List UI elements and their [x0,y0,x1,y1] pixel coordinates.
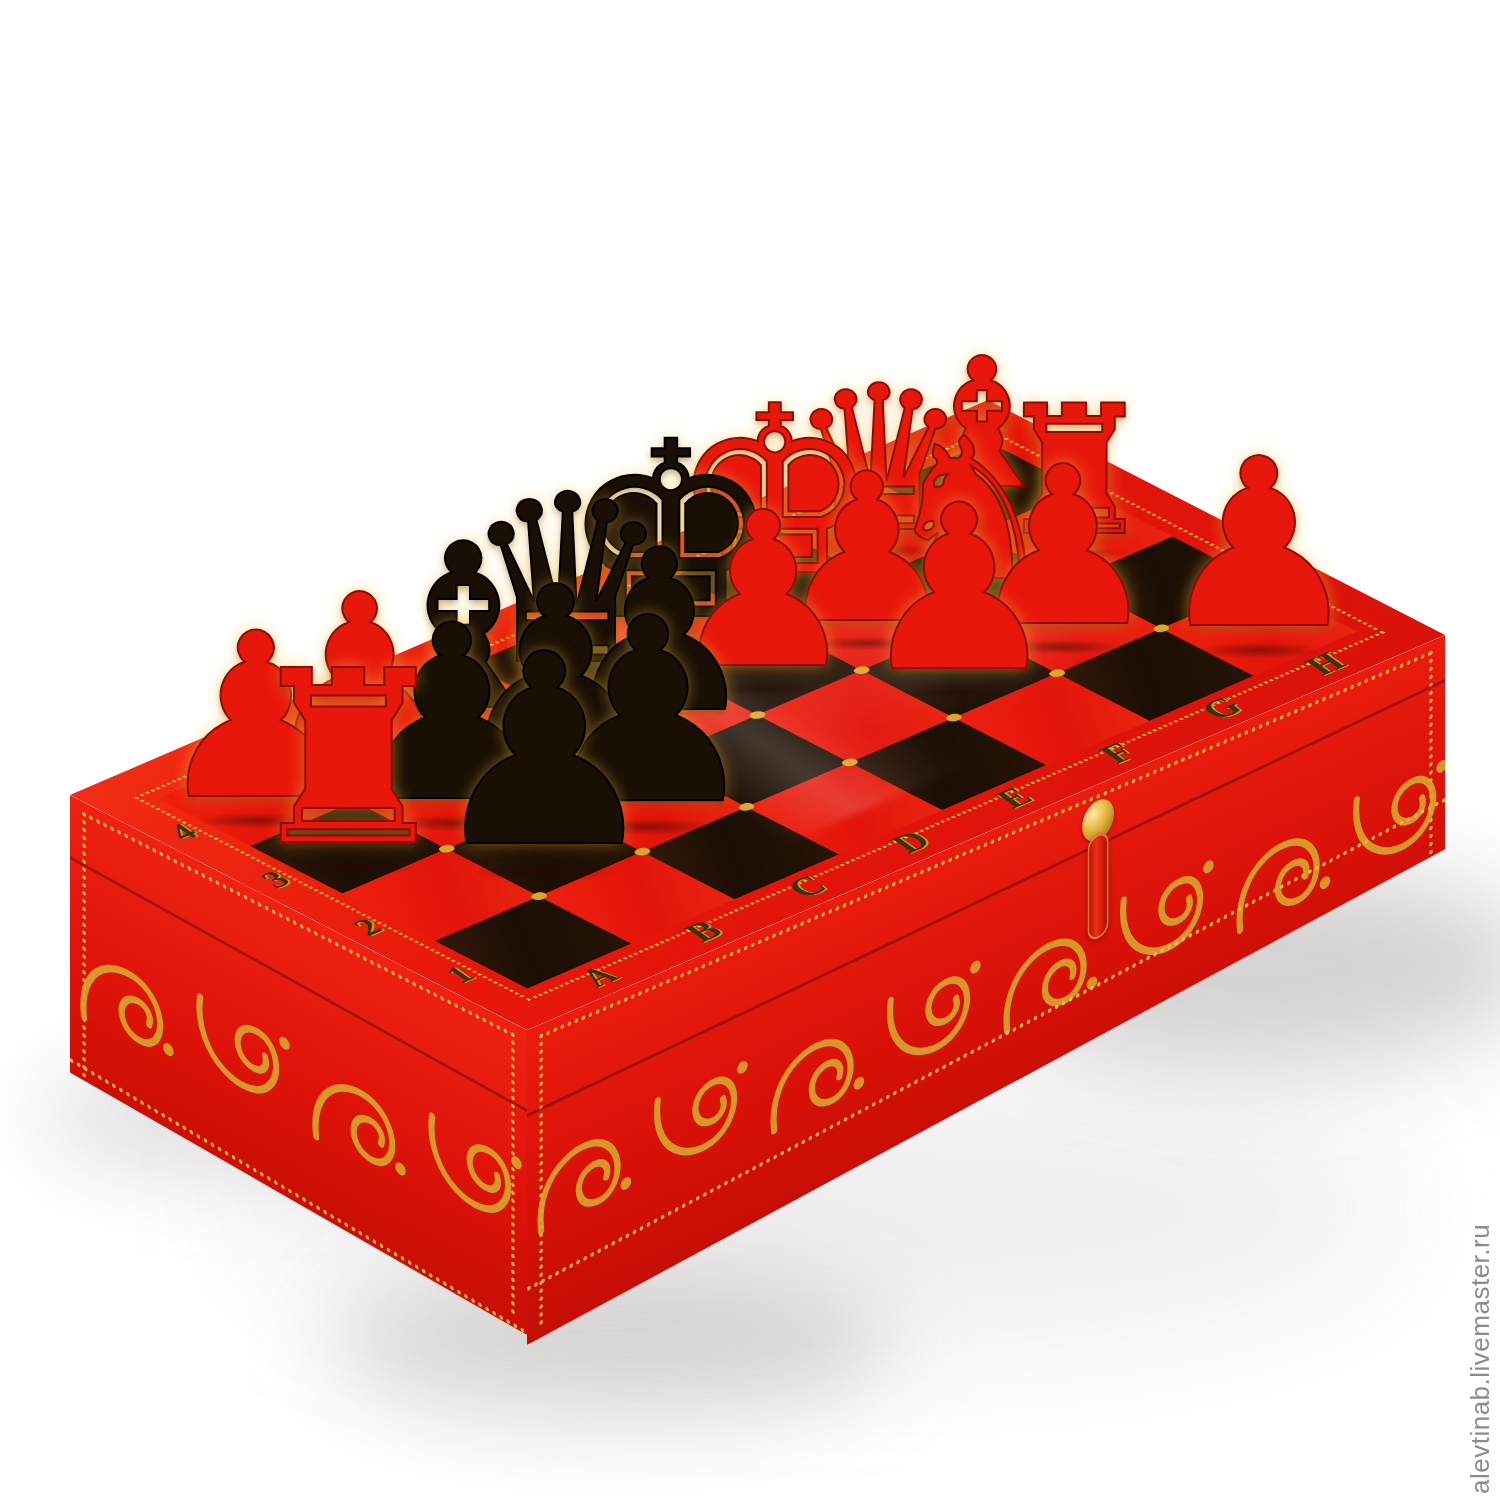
piece-black-pawn-b2[interactable]: ♟ [426,620,663,884]
scene: ABCDEFGH 1234 ♜♟♟♝♛♚♟♟♟♟♟♚♛♝♟♟♞♜♟♟♟ alev… [0,0,1500,1500]
piece-red-rook-a3[interactable]: ♜ [241,639,456,879]
piece-red-pawn-f2[interactable]: ♟ [857,474,1061,702]
box-clasp[interactable] [1080,792,1119,969]
red-pawn-glyph: ♟ [1154,428,1363,661]
red-pawn-glyph: ♟ [857,474,1061,702]
clasp-hasp [1088,830,1109,943]
piece-red-pawn-h1[interactable]: ♟ [1154,428,1363,661]
watermark-text: alevtinab.livemaster.ru [1465,1244,1496,1494]
black-pawn-glyph: ♟ [426,620,663,884]
red-rook-glyph: ♜ [241,639,456,879]
